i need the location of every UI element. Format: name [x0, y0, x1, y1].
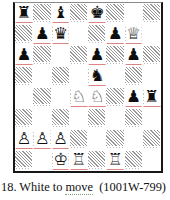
- square-a4[interactable]: [15, 87, 33, 108]
- square-d4[interactable]: ♘: [70, 87, 88, 108]
- square-d8[interactable]: [70, 3, 88, 24]
- square-g7[interactable]: ♕: [125, 24, 143, 45]
- black-knight: ♞: [89, 66, 106, 86]
- square-c5[interactable]: [52, 66, 70, 87]
- square-b2[interactable]: ♙: [33, 129, 51, 150]
- white-queen: ♕: [125, 24, 142, 44]
- square-a8[interactable]: ♜: [15, 3, 33, 24]
- black-pawn: ♟: [16, 45, 33, 65]
- black-king: ♚: [89, 3, 106, 23]
- black-pawn: ♟: [34, 24, 51, 44]
- black-pawn: ♟: [125, 45, 142, 65]
- black-rook: ♜: [143, 87, 160, 107]
- square-b4[interactable]: [33, 87, 51, 108]
- square-g5[interactable]: [125, 66, 143, 87]
- square-h2[interactable]: [143, 129, 161, 150]
- square-h8[interactable]: [143, 3, 161, 24]
- square-b7[interactable]: ♟: [33, 24, 51, 45]
- square-h6[interactable]: [143, 45, 161, 66]
- square-g8[interactable]: [125, 3, 143, 24]
- square-b5[interactable]: [33, 66, 51, 87]
- white-knight: ♘: [89, 87, 106, 107]
- square-c6[interactable]: [52, 45, 70, 66]
- square-e7[interactable]: [88, 24, 106, 45]
- white-rook: ♖: [70, 150, 87, 170]
- square-f6[interactable]: [106, 45, 124, 66]
- square-b6[interactable]: [33, 45, 51, 66]
- caption-underlined-word: move: [65, 180, 93, 195]
- square-a5[interactable]: [15, 66, 33, 87]
- square-c7[interactable]: ♛: [52, 24, 70, 45]
- square-d3[interactable]: [70, 108, 88, 129]
- black-rook: ♜: [16, 3, 33, 23]
- square-c4[interactable]: [52, 87, 70, 108]
- square-d7[interactable]: [70, 24, 88, 45]
- square-e2[interactable]: [88, 129, 106, 150]
- square-c2[interactable]: ♙: [52, 129, 70, 150]
- square-g6[interactable]: ♟: [125, 45, 143, 66]
- square-f8[interactable]: [106, 3, 124, 24]
- square-d2[interactable]: [70, 129, 88, 150]
- square-e8[interactable]: ♚: [88, 3, 106, 24]
- square-h5[interactable]: [143, 66, 161, 87]
- square-a1[interactable]: [15, 150, 33, 171]
- square-h7[interactable]: [143, 24, 161, 45]
- square-c1[interactable]: ♔: [52, 150, 70, 171]
- white-pawn: ♙: [34, 129, 51, 149]
- square-c3[interactable]: [52, 108, 70, 129]
- white-king: ♔: [52, 150, 69, 170]
- square-d6[interactable]: [70, 45, 88, 66]
- square-f4[interactable]: [106, 87, 124, 108]
- square-h4[interactable]: ♜: [143, 87, 161, 108]
- square-g2[interactable]: [125, 129, 143, 150]
- square-e5[interactable]: ♞: [88, 66, 106, 87]
- square-f1[interactable]: ♖: [106, 150, 124, 171]
- square-b1[interactable]: [33, 150, 51, 171]
- black-queen: ♛: [52, 24, 69, 44]
- square-f2[interactable]: [106, 129, 124, 150]
- black-pawn: ♟: [107, 24, 124, 44]
- square-a3[interactable]: [15, 108, 33, 129]
- square-d1[interactable]: ♖: [70, 150, 88, 171]
- caption-text-after: (1001W-799): [93, 180, 166, 194]
- square-b8[interactable]: [33, 3, 51, 24]
- caption-text-before: 18. White to: [1, 180, 65, 194]
- square-g3[interactable]: [125, 108, 143, 129]
- square-h1[interactable]: [143, 150, 161, 171]
- square-f7[interactable]: ♟: [106, 24, 124, 45]
- square-f5[interactable]: [106, 66, 124, 87]
- square-a2[interactable]: ♙: [15, 129, 33, 150]
- white-pawn: ♙: [52, 129, 69, 149]
- white-pawn: ♙: [16, 129, 33, 149]
- square-a7[interactable]: [15, 24, 33, 45]
- square-g4[interactable]: ♟: [125, 87, 143, 108]
- square-d5[interactable]: [70, 66, 88, 87]
- square-e1[interactable]: [88, 150, 106, 171]
- chess-board: ♜♝♚♟♛♟♕♟♟♟♞♘♘♟♜♙♙♙♔♖♖: [13, 2, 163, 173]
- black-pawn: ♟: [125, 87, 142, 107]
- black-pawn: ♟: [89, 45, 106, 65]
- square-c8[interactable]: ♝: [52, 3, 70, 24]
- square-g1[interactable]: [125, 150, 143, 171]
- white-knight: ♘: [70, 87, 87, 107]
- black-bishop: ♝: [52, 3, 69, 23]
- square-e3[interactable]: [88, 108, 106, 129]
- square-h3[interactable]: [143, 108, 161, 129]
- square-e6[interactable]: ♟: [88, 45, 106, 66]
- square-e4[interactable]: ♘: [88, 87, 106, 108]
- square-b3[interactable]: [33, 108, 51, 129]
- square-a6[interactable]: ♟: [15, 45, 33, 66]
- diagram-caption: 18. White to move (1001W-799): [1, 180, 170, 195]
- white-rook: ♖: [107, 150, 124, 170]
- square-f3[interactable]: [106, 108, 124, 129]
